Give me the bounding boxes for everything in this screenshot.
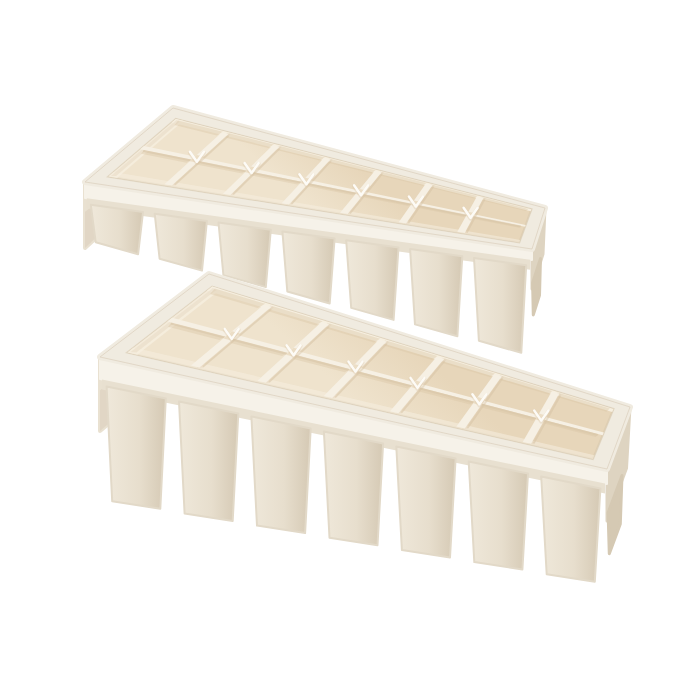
product-photo: Two empty plastic ice cube trays on a wh… (0, 0, 700, 700)
cube-bump-6 (410, 249, 462, 336)
cube-bump-7 (474, 258, 526, 353)
cube-bump-7 (541, 476, 600, 581)
cube-bump-3 (251, 416, 310, 533)
cube-bump-6 (469, 461, 528, 569)
cube-bump-1 (91, 205, 143, 254)
cube-bump-2 (155, 214, 207, 271)
cube-bump-5 (346, 240, 398, 320)
cube-bump-2 (179, 401, 238, 521)
cube-bump-4 (324, 431, 383, 545)
cube-bump-1 (107, 386, 166, 508)
tray-front (100, 274, 630, 582)
cube-bump-4 (282, 231, 334, 303)
scene-canvas (0, 0, 700, 700)
cube-bump-5 (396, 446, 455, 557)
